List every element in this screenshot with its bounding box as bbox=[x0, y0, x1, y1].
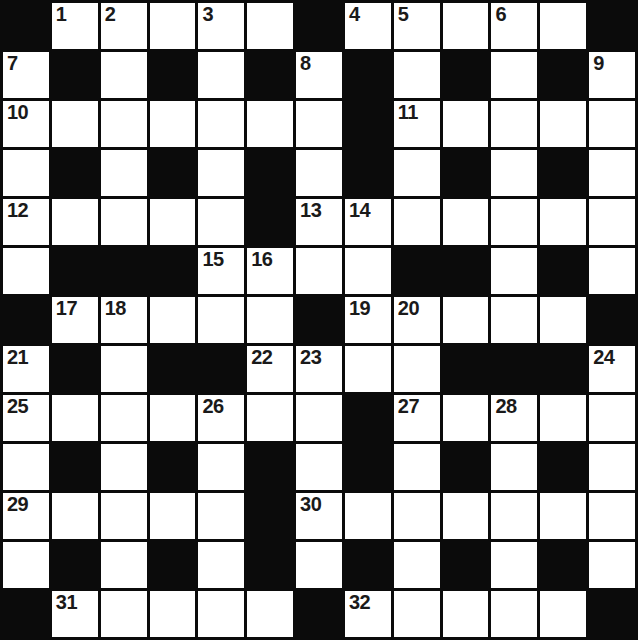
cell-r9c8 bbox=[345, 395, 391, 441]
clue-number-18: 18 bbox=[105, 298, 126, 319]
cell-r4c3[interactable] bbox=[101, 150, 147, 196]
cell-r7c1 bbox=[3, 297, 49, 343]
cell-r6c8[interactable] bbox=[345, 248, 391, 294]
cell-r2c13[interactable]: 9 bbox=[589, 52, 635, 98]
clue-number-14: 14 bbox=[349, 200, 370, 221]
cell-r2c5[interactable] bbox=[198, 52, 244, 98]
cell-r6c7[interactable] bbox=[296, 248, 342, 294]
cell-r8c13[interactable]: 24 bbox=[589, 346, 635, 392]
clue-number-16: 16 bbox=[251, 249, 272, 270]
cell-r13c5[interactable] bbox=[198, 591, 244, 637]
cell-r1c3[interactable]: 2 bbox=[101, 3, 147, 49]
cell-r8c10 bbox=[443, 346, 489, 392]
clue-number-32: 32 bbox=[349, 592, 370, 613]
cell-r4c4 bbox=[150, 150, 196, 196]
cell-r8c4 bbox=[150, 346, 196, 392]
cell-r6c2 bbox=[52, 248, 98, 294]
cell-r7c11[interactable] bbox=[491, 297, 537, 343]
cell-r1c2[interactable]: 1 bbox=[52, 3, 98, 49]
cell-r13c7 bbox=[296, 591, 342, 637]
cell-r9c7[interactable] bbox=[296, 395, 342, 441]
cell-r12c8 bbox=[345, 542, 391, 588]
cell-r9c5[interactable]: 26 bbox=[198, 395, 244, 441]
cell-r7c9[interactable]: 20 bbox=[394, 297, 440, 343]
cell-r11c2[interactable] bbox=[52, 493, 98, 539]
cell-r1c9[interactable]: 5 bbox=[394, 3, 440, 49]
cell-r9c9[interactable]: 27 bbox=[394, 395, 440, 441]
cell-r7c5[interactable] bbox=[198, 297, 244, 343]
cell-r9c4[interactable] bbox=[150, 395, 196, 441]
cell-r10c5[interactable] bbox=[198, 444, 244, 490]
cell-r9c6[interactable] bbox=[247, 395, 293, 441]
cell-r13c10[interactable] bbox=[443, 591, 489, 637]
cell-r12c5[interactable] bbox=[198, 542, 244, 588]
cell-r10c4 bbox=[150, 444, 196, 490]
cell-r3c5[interactable] bbox=[198, 101, 244, 147]
cell-r5c9[interactable] bbox=[394, 199, 440, 245]
cell-r3c10[interactable] bbox=[443, 101, 489, 147]
clue-number-5: 5 bbox=[398, 4, 409, 25]
clue-number-24: 24 bbox=[593, 347, 614, 368]
cell-r9c12[interactable] bbox=[540, 395, 586, 441]
clue-number-11: 11 bbox=[398, 102, 418, 123]
cell-r13c12[interactable] bbox=[540, 591, 586, 637]
cell-r3c4[interactable] bbox=[150, 101, 196, 147]
cell-r12c12 bbox=[540, 542, 586, 588]
clue-number-3: 3 bbox=[202, 4, 213, 25]
cell-r13c3[interactable] bbox=[101, 591, 147, 637]
cell-r13c9[interactable] bbox=[394, 591, 440, 637]
cell-r1c13 bbox=[589, 3, 635, 49]
cell-r2c12 bbox=[540, 52, 586, 98]
cell-r5c12[interactable] bbox=[540, 199, 586, 245]
cell-r13c1 bbox=[3, 591, 49, 637]
cell-r6c4 bbox=[150, 248, 196, 294]
cell-r11c5[interactable] bbox=[198, 493, 244, 539]
cell-r11c11[interactable] bbox=[491, 493, 537, 539]
cell-r4c7[interactable] bbox=[296, 150, 342, 196]
cell-r2c1[interactable]: 7 bbox=[3, 52, 49, 98]
cell-r3c11[interactable] bbox=[491, 101, 537, 147]
cell-r11c12[interactable] bbox=[540, 493, 586, 539]
cell-r1c6[interactable] bbox=[247, 3, 293, 49]
cell-r2c2 bbox=[52, 52, 98, 98]
cell-r1c5[interactable]: 3 bbox=[198, 3, 244, 49]
cell-r5c10[interactable] bbox=[443, 199, 489, 245]
cell-r12c2 bbox=[52, 542, 98, 588]
cell-r5c8[interactable]: 14 bbox=[345, 199, 391, 245]
cell-r1c11[interactable]: 6 bbox=[491, 3, 537, 49]
cell-r10c7[interactable] bbox=[296, 444, 342, 490]
cell-r8c9[interactable] bbox=[394, 346, 440, 392]
clue-number-25: 25 bbox=[7, 396, 28, 417]
cell-r9c3[interactable] bbox=[101, 395, 147, 441]
clue-number-4: 4 bbox=[349, 4, 360, 25]
clue-number-30: 30 bbox=[300, 494, 321, 515]
crossword-board: 1234567891011121314151617181920212223242… bbox=[0, 0, 638, 640]
cell-r11c9[interactable] bbox=[394, 493, 440, 539]
cell-r3c6[interactable] bbox=[247, 101, 293, 147]
cell-r5c2[interactable] bbox=[52, 199, 98, 245]
cell-r6c3 bbox=[101, 248, 147, 294]
cell-r13c13 bbox=[589, 591, 635, 637]
cell-r5c1[interactable]: 12 bbox=[3, 199, 49, 245]
cell-r6c6[interactable]: 16 bbox=[247, 248, 293, 294]
cell-r11c1[interactable]: 29 bbox=[3, 493, 49, 539]
cell-r9c11[interactable]: 28 bbox=[491, 395, 537, 441]
clue-number-15: 15 bbox=[202, 249, 223, 270]
cell-r3c7[interactable] bbox=[296, 101, 342, 147]
cell-r7c3[interactable]: 18 bbox=[101, 297, 147, 343]
cell-r12c6 bbox=[247, 542, 293, 588]
clue-number-31: 31 bbox=[56, 592, 77, 613]
cell-r12c1[interactable] bbox=[3, 542, 49, 588]
cell-r5c7[interactable]: 13 bbox=[296, 199, 342, 245]
cell-r13c4[interactable] bbox=[150, 591, 196, 637]
cell-r11c3[interactable] bbox=[101, 493, 147, 539]
cell-r9c2[interactable] bbox=[52, 395, 98, 441]
cell-r4c11[interactable] bbox=[491, 150, 537, 196]
cell-r10c13[interactable] bbox=[589, 444, 635, 490]
cell-r8c5 bbox=[198, 346, 244, 392]
cell-r11c6 bbox=[247, 493, 293, 539]
cell-r4c10 bbox=[443, 150, 489, 196]
cell-r1c10[interactable] bbox=[443, 3, 489, 49]
cell-r12c4 bbox=[150, 542, 196, 588]
cell-r12c7[interactable] bbox=[296, 542, 342, 588]
cell-r3c12[interactable] bbox=[540, 101, 586, 147]
cell-r3c8 bbox=[345, 101, 391, 147]
cell-r2c8 bbox=[345, 52, 391, 98]
cell-r10c11[interactable] bbox=[491, 444, 537, 490]
cell-r6c1[interactable] bbox=[3, 248, 49, 294]
cell-r11c8[interactable] bbox=[345, 493, 391, 539]
cell-r2c10 bbox=[443, 52, 489, 98]
cell-r8c8[interactable] bbox=[345, 346, 391, 392]
cell-r12c3[interactable] bbox=[101, 542, 147, 588]
cell-r2c7[interactable]: 8 bbox=[296, 52, 342, 98]
cell-r7c13 bbox=[589, 297, 635, 343]
clue-number-7: 7 bbox=[7, 53, 18, 74]
cell-r7c12[interactable] bbox=[540, 297, 586, 343]
cell-r13c2[interactable]: 31 bbox=[52, 591, 98, 637]
cell-r10c8 bbox=[345, 444, 391, 490]
clue-number-28: 28 bbox=[495, 396, 516, 417]
cell-r13c8[interactable]: 32 bbox=[345, 591, 391, 637]
cell-r3c1[interactable]: 10 bbox=[3, 101, 49, 147]
cell-r4c6 bbox=[247, 150, 293, 196]
clue-number-1: 1 bbox=[56, 4, 67, 25]
cell-r8c1[interactable]: 21 bbox=[3, 346, 49, 392]
cell-r4c12 bbox=[540, 150, 586, 196]
cell-r2c6 bbox=[247, 52, 293, 98]
cell-r1c12[interactable] bbox=[540, 3, 586, 49]
cell-r6c12 bbox=[540, 248, 586, 294]
cell-r5c11[interactable] bbox=[491, 199, 537, 245]
cell-r8c7[interactable]: 23 bbox=[296, 346, 342, 392]
cell-r12c11[interactable] bbox=[491, 542, 537, 588]
cell-r7c6[interactable] bbox=[247, 297, 293, 343]
cell-r1c7 bbox=[296, 3, 342, 49]
clue-number-27: 27 bbox=[398, 396, 419, 417]
cell-r5c3[interactable] bbox=[101, 199, 147, 245]
cell-r10c2 bbox=[52, 444, 98, 490]
cell-r8c11 bbox=[491, 346, 537, 392]
cell-r9c13[interactable] bbox=[589, 395, 635, 441]
clue-number-23: 23 bbox=[300, 347, 321, 368]
cell-r10c12 bbox=[540, 444, 586, 490]
cell-r12c9[interactable] bbox=[394, 542, 440, 588]
cell-r4c8 bbox=[345, 150, 391, 196]
cell-r5c6 bbox=[247, 199, 293, 245]
cell-r3c13[interactable] bbox=[589, 101, 635, 147]
clue-number-12: 12 bbox=[7, 200, 28, 221]
cell-r7c10[interactable] bbox=[443, 297, 489, 343]
cell-r9c1[interactable]: 25 bbox=[3, 395, 49, 441]
clue-number-21: 21 bbox=[7, 347, 28, 368]
cell-r10c1[interactable] bbox=[3, 444, 49, 490]
clue-number-19: 19 bbox=[349, 298, 370, 319]
cell-r6c9 bbox=[394, 248, 440, 294]
cell-r3c2[interactable] bbox=[52, 101, 98, 147]
clue-number-2: 2 bbox=[105, 4, 116, 25]
cell-r10c10 bbox=[443, 444, 489, 490]
cell-r6c5[interactable]: 15 bbox=[198, 248, 244, 294]
cell-r5c5[interactable] bbox=[198, 199, 244, 245]
clue-number-26: 26 bbox=[202, 396, 223, 417]
cell-r11c7[interactable]: 30 bbox=[296, 493, 342, 539]
cell-r9c10[interactable] bbox=[443, 395, 489, 441]
cell-r8c3[interactable] bbox=[101, 346, 147, 392]
cell-r7c7 bbox=[296, 297, 342, 343]
cell-r8c12 bbox=[540, 346, 586, 392]
cell-r4c1[interactable] bbox=[3, 150, 49, 196]
cell-r6c11[interactable] bbox=[491, 248, 537, 294]
cell-r12c13[interactable] bbox=[589, 542, 635, 588]
cell-r6c13[interactable] bbox=[589, 248, 635, 294]
clue-number-29: 29 bbox=[7, 494, 28, 515]
cell-r3c9[interactable]: 11 bbox=[394, 101, 440, 147]
cell-r13c6[interactable] bbox=[247, 591, 293, 637]
clue-number-10: 10 bbox=[7, 102, 28, 123]
cell-r6c10 bbox=[443, 248, 489, 294]
cell-r10c6 bbox=[247, 444, 293, 490]
cell-r2c9[interactable] bbox=[394, 52, 440, 98]
cell-r4c5[interactable] bbox=[198, 150, 244, 196]
cell-r7c4[interactable] bbox=[150, 297, 196, 343]
cell-r7c8[interactable]: 19 bbox=[345, 297, 391, 343]
clue-number-13: 13 bbox=[300, 200, 321, 221]
clue-number-17: 17 bbox=[56, 298, 77, 319]
cell-r1c4[interactable] bbox=[150, 3, 196, 49]
clue-number-8: 8 bbox=[300, 53, 311, 74]
cell-r8c6[interactable]: 22 bbox=[247, 346, 293, 392]
cell-r11c10[interactable] bbox=[443, 493, 489, 539]
clue-number-6: 6 bbox=[495, 4, 506, 25]
cell-r12c10 bbox=[443, 542, 489, 588]
cell-r11c4[interactable] bbox=[150, 493, 196, 539]
cell-r10c3[interactable] bbox=[101, 444, 147, 490]
cell-r13c11[interactable] bbox=[491, 591, 537, 637]
cell-r2c11[interactable] bbox=[491, 52, 537, 98]
cell-r2c3[interactable] bbox=[101, 52, 147, 98]
cell-r5c4[interactable] bbox=[150, 199, 196, 245]
cell-r10c9[interactable] bbox=[394, 444, 440, 490]
clue-number-20: 20 bbox=[398, 298, 419, 319]
cell-r1c1 bbox=[3, 3, 49, 49]
cell-r1c8[interactable]: 4 bbox=[345, 3, 391, 49]
cell-r11c13[interactable] bbox=[589, 493, 635, 539]
clue-number-9: 9 bbox=[593, 53, 604, 74]
cell-r3c3[interactable] bbox=[101, 101, 147, 147]
cell-r4c2 bbox=[52, 150, 98, 196]
clue-number-22: 22 bbox=[251, 347, 272, 368]
cell-r7c2[interactable]: 17 bbox=[52, 297, 98, 343]
cell-r8c2 bbox=[52, 346, 98, 392]
cell-r4c9[interactable] bbox=[394, 150, 440, 196]
cell-r4c13[interactable] bbox=[589, 150, 635, 196]
cell-r5c13[interactable] bbox=[589, 199, 635, 245]
cell-r2c4 bbox=[150, 52, 196, 98]
